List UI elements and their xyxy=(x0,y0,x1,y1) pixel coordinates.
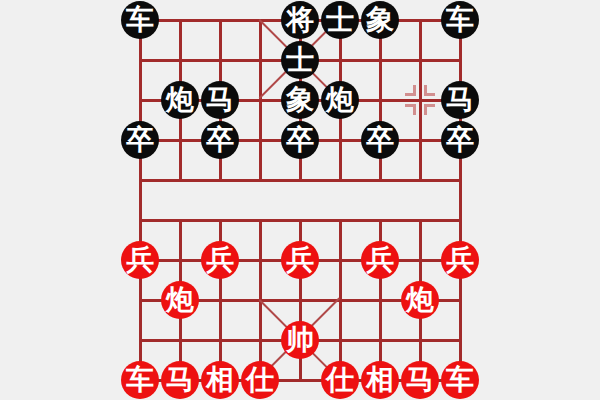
piece-black-advisor[interactable]: 士 xyxy=(281,41,319,79)
piece-red-cannon[interactable]: 炮 xyxy=(401,281,439,319)
last-move-marker-corner xyxy=(424,85,435,96)
piece-black-elephant[interactable]: 象 xyxy=(361,1,399,39)
piece-red-general[interactable]: 帅 xyxy=(281,321,319,359)
piece-black-cannon[interactable]: 炮 xyxy=(161,81,199,119)
piece-red-chariot[interactable]: 车 xyxy=(121,361,159,399)
piece-black-soldier[interactable]: 卒 xyxy=(201,121,239,159)
piece-black-chariot[interactable]: 车 xyxy=(441,1,479,39)
app-background: 车将士象车士炮马象炮马卒卒卒卒卒兵兵兵兵兵炮炮帅车马相仕仕相马车 xyxy=(0,0,600,400)
piece-red-soldier[interactable]: 兵 xyxy=(121,241,159,279)
piece-red-cannon[interactable]: 炮 xyxy=(161,281,199,319)
board-file-line xyxy=(139,19,142,382)
piece-black-soldier[interactable]: 卒 xyxy=(441,121,479,159)
board-file-line xyxy=(259,19,262,182)
last-move-marker-corner xyxy=(405,104,416,115)
piece-black-soldier[interactable]: 卒 xyxy=(121,121,159,159)
last-move-marker xyxy=(405,85,435,115)
piece-black-soldier[interactable]: 卒 xyxy=(281,121,319,159)
piece-black-chariot[interactable]: 车 xyxy=(121,1,159,39)
piece-red-advisor[interactable]: 仕 xyxy=(241,361,279,399)
piece-black-horse[interactable]: 马 xyxy=(441,81,479,119)
piece-black-advisor[interactable]: 士 xyxy=(321,1,359,39)
piece-red-soldier[interactable]: 兵 xyxy=(441,241,479,279)
board-file-line xyxy=(459,19,462,382)
piece-red-elephant[interactable]: 相 xyxy=(361,361,399,399)
piece-black-horse[interactable]: 马 xyxy=(201,81,239,119)
xiangqi-board: 车将士象车士炮马象炮马卒卒卒卒卒兵兵兵兵兵炮炮帅车马相仕仕相马车 xyxy=(0,0,600,400)
last-move-marker-corner xyxy=(424,104,435,115)
piece-red-soldier[interactable]: 兵 xyxy=(361,241,399,279)
piece-red-elephant[interactable]: 相 xyxy=(201,361,239,399)
piece-black-cannon[interactable]: 炮 xyxy=(321,81,359,119)
piece-black-general[interactable]: 将 xyxy=(281,1,319,39)
piece-red-horse[interactable]: 马 xyxy=(161,361,199,399)
piece-black-soldier[interactable]: 卒 xyxy=(361,121,399,159)
piece-red-soldier[interactable]: 兵 xyxy=(201,241,239,279)
piece-red-soldier[interactable]: 兵 xyxy=(281,241,319,279)
piece-red-horse[interactable]: 马 xyxy=(401,361,439,399)
piece-black-elephant[interactable]: 象 xyxy=(281,81,319,119)
piece-red-chariot[interactable]: 车 xyxy=(441,361,479,399)
piece-red-advisor[interactable]: 仕 xyxy=(321,361,359,399)
last-move-marker-corner xyxy=(405,85,416,96)
